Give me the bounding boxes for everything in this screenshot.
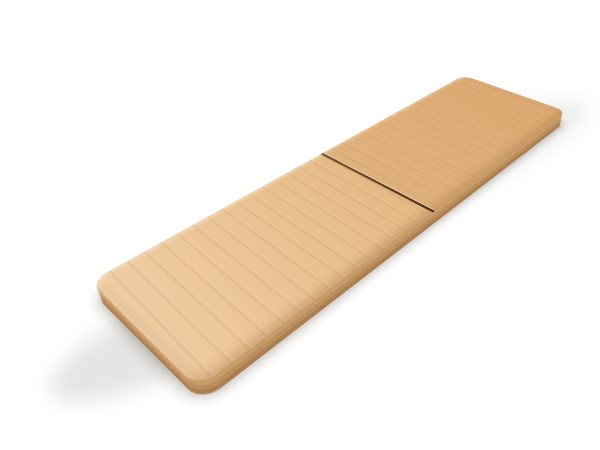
board-scene	[115, 105, 600, 255]
mancala-board	[90, 75, 568, 389]
wood-grain-texture	[90, 75, 568, 389]
mancala-board-photo	[0, 0, 600, 450]
hinge-seam	[321, 153, 435, 212]
board-top-surface	[90, 75, 568, 389]
